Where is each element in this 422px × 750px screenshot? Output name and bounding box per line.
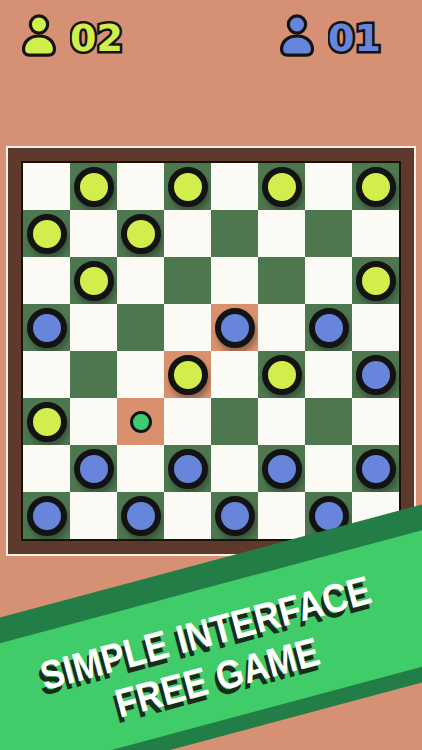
checker-piece-blue[interactable]: [74, 449, 114, 489]
checkers-board: [6, 146, 416, 556]
board-cell[interactable]: [70, 351, 117, 398]
board-cell[interactable]: [258, 304, 305, 351]
board-cell[interactable]: [117, 304, 164, 351]
board-cell[interactable]: [305, 398, 352, 445]
board-cell[interactable]: [258, 445, 305, 492]
board-cell[interactable]: [258, 492, 305, 539]
board-cell[interactable]: [117, 257, 164, 304]
board-cell[interactable]: [23, 492, 70, 539]
checker-piece-green[interactable]: [356, 261, 396, 301]
board-cell[interactable]: [258, 210, 305, 257]
board-cell[interactable]: [305, 257, 352, 304]
board-cell[interactable]: [70, 445, 117, 492]
person-body: [24, 36, 55, 55]
game-screen: 02 01 SIMPLE INTERFACE FREE GAME: [0, 0, 422, 750]
board-cell[interactable]: [211, 210, 258, 257]
checker-piece-blue[interactable]: [356, 355, 396, 395]
board-cell[interactable]: [211, 304, 258, 351]
board-cell[interactable]: [164, 398, 211, 445]
board-cell[interactable]: [164, 304, 211, 351]
board-cell[interactable]: [305, 163, 352, 210]
move-target-dot[interactable]: [130, 411, 152, 433]
board-cell[interactable]: [23, 398, 70, 445]
board-cell[interactable]: [23, 351, 70, 398]
checker-piece-blue[interactable]: [262, 449, 302, 489]
checker-piece-blue[interactable]: [27, 308, 67, 348]
player-blue-person-icon: [274, 12, 320, 60]
board-cell[interactable]: [23, 304, 70, 351]
person-body: [282, 36, 313, 55]
checker-piece-green[interactable]: [27, 402, 67, 442]
player-blue-score: 01: [328, 16, 381, 60]
checker-piece-green[interactable]: [262, 355, 302, 395]
person-head: [30, 16, 47, 33]
board-cell[interactable]: [211, 492, 258, 539]
checker-piece-green[interactable]: [74, 261, 114, 301]
checker-piece-green[interactable]: [168, 355, 208, 395]
scoreboard: 02 01: [0, 12, 422, 60]
checker-piece-blue[interactable]: [121, 496, 161, 536]
board-cell[interactable]: [23, 257, 70, 304]
board-cell[interactable]: [305, 210, 352, 257]
board-cell[interactable]: [352, 257, 399, 304]
board-cell[interactable]: [211, 351, 258, 398]
board-grid: [23, 163, 399, 539]
board-cell[interactable]: [352, 210, 399, 257]
board-cell[interactable]: [117, 398, 164, 445]
board-cell[interactable]: [305, 351, 352, 398]
checker-piece-green[interactable]: [74, 167, 114, 207]
board-cell[interactable]: [70, 398, 117, 445]
board-cell[interactable]: [305, 304, 352, 351]
board-cell[interactable]: [305, 445, 352, 492]
board-cell[interactable]: [352, 445, 399, 492]
checker-piece-blue[interactable]: [215, 496, 255, 536]
board-cell[interactable]: [117, 445, 164, 492]
board-cell[interactable]: [70, 492, 117, 539]
board-cell[interactable]: [117, 351, 164, 398]
board-cell[interactable]: [164, 163, 211, 210]
board-cell[interactable]: [70, 257, 117, 304]
board-cell[interactable]: [23, 163, 70, 210]
checker-piece-green[interactable]: [27, 214, 67, 254]
board-cell[interactable]: [211, 445, 258, 492]
board-cell[interactable]: [117, 163, 164, 210]
checker-piece-blue[interactable]: [27, 496, 67, 536]
board-cell[interactable]: [23, 210, 70, 257]
board-cell[interactable]: [117, 492, 164, 539]
board-cell[interactable]: [164, 351, 211, 398]
board-cell[interactable]: [258, 257, 305, 304]
person-head: [288, 16, 305, 33]
board-cell[interactable]: [70, 304, 117, 351]
player-green-score-svg: 02: [70, 12, 148, 60]
board-cell[interactable]: [211, 257, 258, 304]
board-cell[interactable]: [164, 210, 211, 257]
checker-piece-blue[interactable]: [168, 449, 208, 489]
checker-piece-blue[interactable]: [309, 308, 349, 348]
board-cell[interactable]: [352, 304, 399, 351]
checker-piece-green[interactable]: [262, 167, 302, 207]
checker-piece-blue[interactable]: [215, 308, 255, 348]
checker-piece-green[interactable]: [168, 167, 208, 207]
checker-piece-green[interactable]: [121, 214, 161, 254]
board-cell[interactable]: [258, 398, 305, 445]
board-cell[interactable]: [211, 163, 258, 210]
board-cell[interactable]: [70, 163, 117, 210]
board-cell[interactable]: [211, 398, 258, 445]
checker-piece-blue[interactable]: [356, 449, 396, 489]
player-blue-score-svg: 01: [328, 12, 406, 60]
board-cell[interactable]: [164, 257, 211, 304]
player-green-score-group: 02: [16, 12, 148, 60]
board-cell[interactable]: [258, 163, 305, 210]
player-green-score: 02: [70, 16, 123, 60]
board-cell[interactable]: [258, 351, 305, 398]
board-cell[interactable]: [352, 163, 399, 210]
player-green-person-icon: [16, 12, 62, 60]
board-cell[interactable]: [164, 492, 211, 539]
player-blue-score-group: 01: [274, 12, 406, 60]
board-inner-frame: [21, 161, 401, 541]
board-cell[interactable]: [117, 210, 164, 257]
board-cell[interactable]: [23, 445, 70, 492]
checker-piece-green[interactable]: [356, 167, 396, 207]
board-cell[interactable]: [70, 210, 117, 257]
board-cell[interactable]: [352, 398, 399, 445]
board-cell[interactable]: [352, 351, 399, 398]
board-cell[interactable]: [164, 445, 211, 492]
